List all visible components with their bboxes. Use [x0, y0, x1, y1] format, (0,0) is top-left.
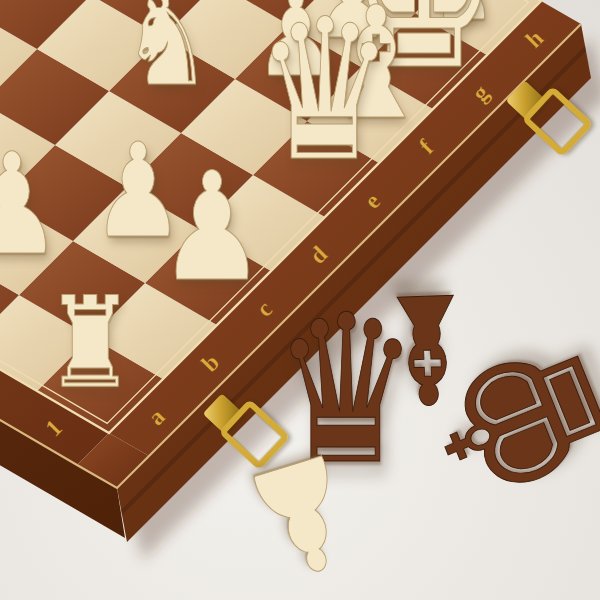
chess-board: abcdefgh12345678 — [0, 0, 600, 600]
chess-set-photo: abcdefgh12345678 ♜♟♟♟♞♛♟♝♟♚♟♝♚♛♟ — [0, 0, 600, 600]
